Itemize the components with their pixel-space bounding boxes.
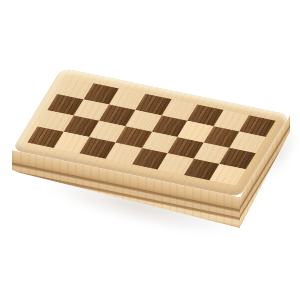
folded-chessboard-photo	[0, 0, 300, 300]
